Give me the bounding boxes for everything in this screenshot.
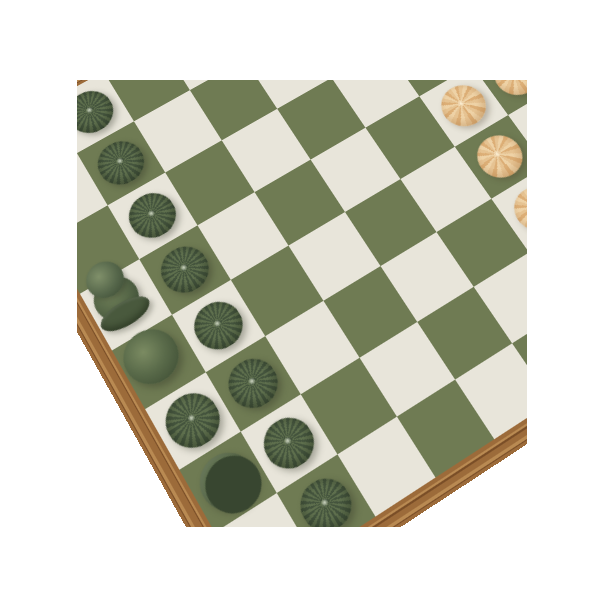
piece-green-cone — [90, 133, 153, 193]
piece-green-cone — [219, 350, 287, 418]
piece-green-cone — [152, 238, 217, 302]
piece-green-cone — [291, 469, 361, 527]
pieces-layer — [77, 80, 527, 527]
product-photo-canvas — [0, 0, 600, 600]
piece-wood-cone — [468, 127, 527, 185]
piece-green-cone-large — [156, 383, 230, 458]
piece-green-knob — [86, 268, 147, 329]
board-3d-wrapper — [77, 80, 527, 527]
piece-wood-cone — [433, 80, 495, 134]
piece-green-cone — [185, 293, 251, 359]
piece-wood-cone — [505, 179, 527, 239]
piece-wood-cone — [485, 80, 527, 103]
piece-green-dome — [114, 319, 189, 395]
piece-green-cone — [120, 185, 184, 247]
piece-green-disc — [190, 442, 267, 521]
photo-crop — [77, 80, 527, 527]
piece-green-cone — [77, 83, 121, 141]
piece-green-cone — [255, 408, 324, 478]
piece-wood-cone — [522, 96, 527, 153]
